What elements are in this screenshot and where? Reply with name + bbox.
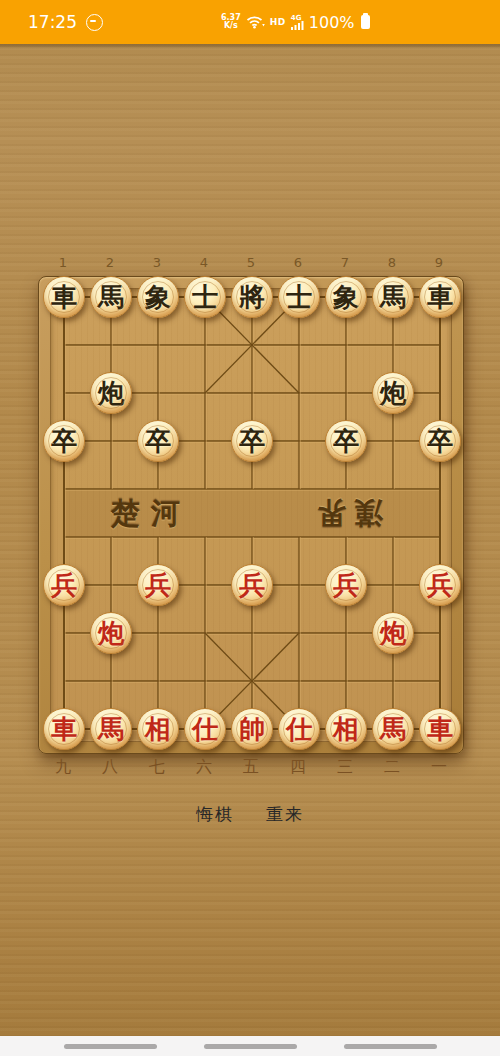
battery-percent: 100% <box>309 13 355 32</box>
piece-rN-h0[interactable]: 馬 <box>372 708 414 750</box>
file-label-top-2: 2 <box>98 255 122 270</box>
piece-rK-e0[interactable]: 帥 <box>231 708 273 750</box>
file-label-top-8: 8 <box>380 255 404 270</box>
undo-button[interactable]: 悔棋 <box>192 801 238 828</box>
piece-rA-d0[interactable]: 仕 <box>184 708 226 750</box>
wifi-icon <box>246 15 265 29</box>
piece-bK-e9[interactable]: 將 <box>231 276 273 318</box>
file-label-top-6: 6 <box>286 255 310 270</box>
status-bar-left: 17:25 <box>28 0 103 44</box>
piece-bP-g6[interactable]: 卒 <box>325 420 367 462</box>
piece-rC-b2[interactable]: 炮 <box>90 612 132 654</box>
piece-bA-f9[interactable]: 士 <box>278 276 320 318</box>
cellular-signal-icon: 4G <box>291 15 304 30</box>
piece-rB-c0[interactable]: 相 <box>137 708 179 750</box>
file-labels-top: 123456789 <box>38 255 464 273</box>
status-bar-right: 6.37 K/s HD 4G 100% <box>221 0 370 44</box>
piece-rC-h2[interactable]: 炮 <box>372 612 414 654</box>
piece-rB-g0[interactable]: 相 <box>325 708 367 750</box>
piece-bP-i6[interactable]: 卒 <box>419 420 461 462</box>
piece-rN-b0[interactable]: 馬 <box>90 708 132 750</box>
file-label-bottom-6: 四 <box>286 757 310 778</box>
file-label-bottom-7: 三 <box>333 757 357 778</box>
file-label-top-4: 4 <box>192 255 216 270</box>
file-labels-bottom: 九八七六五四三二一 <box>38 757 464 775</box>
signal-bars-icon <box>291 21 304 30</box>
status-bar: 17:25 6.37 K/s HD 4G <box>0 0 500 44</box>
file-label-bottom-2: 八 <box>98 757 122 778</box>
piece-bP-e6[interactable]: 卒 <box>231 420 273 462</box>
piece-bB-c9[interactable]: 象 <box>137 276 179 318</box>
piece-rA-f0[interactable]: 仕 <box>278 708 320 750</box>
piece-rP-i3[interactable]: 兵 <box>419 564 461 606</box>
piece-bP-a6[interactable]: 卒 <box>43 420 85 462</box>
file-label-top-3: 3 <box>145 255 169 270</box>
piece-bC-h7[interactable]: 炮 <box>372 372 414 414</box>
piece-rP-e3[interactable]: 兵 <box>231 564 273 606</box>
piece-bA-d9[interactable]: 士 <box>184 276 226 318</box>
nav-recent-button[interactable] <box>64 1044 157 1049</box>
piece-bN-h9[interactable]: 馬 <box>372 276 414 318</box>
file-label-bottom-9: 一 <box>427 757 451 778</box>
app-screen: 17:25 6.37 K/s HD 4G <box>0 0 500 1056</box>
piece-rP-g3[interactable]: 兵 <box>325 564 367 606</box>
piece-rR-i0[interactable]: 車 <box>419 708 461 750</box>
hd-badge: HD <box>270 17 286 27</box>
piece-bB-g9[interactable]: 象 <box>325 276 367 318</box>
file-label-bottom-3: 七 <box>145 757 169 778</box>
file-label-top-9: 9 <box>427 255 451 270</box>
file-label-bottom-4: 六 <box>192 757 216 778</box>
file-label-bottom-8: 二 <box>380 757 404 778</box>
piece-bR-i9[interactable]: 車 <box>419 276 461 318</box>
file-label-bottom-5: 五 <box>239 757 263 778</box>
piece-bN-b9[interactable]: 馬 <box>90 276 132 318</box>
piece-rR-a0[interactable]: 車 <box>43 708 85 750</box>
restart-button[interactable]: 重来 <box>262 801 308 828</box>
network-speed: 6.37 K/s <box>221 14 241 30</box>
piece-rP-a3[interactable]: 兵 <box>43 564 85 606</box>
action-bar: 悔棋 重来 <box>0 801 500 828</box>
file-label-top-7: 7 <box>333 255 357 270</box>
do-not-disturb-icon <box>86 14 103 31</box>
battery-icon <box>361 15 370 29</box>
file-label-top-1: 1 <box>51 255 75 270</box>
piece-bR-a9[interactable]: 車 <box>43 276 85 318</box>
file-label-bottom-1: 九 <box>51 757 75 778</box>
piece-bC-b7[interactable]: 炮 <box>90 372 132 414</box>
piece-bP-c6[interactable]: 卒 <box>137 420 179 462</box>
nav-back-button[interactable] <box>344 1044 437 1049</box>
xiangqi-board: 楚河 漢界 車馬象士將士象馬車炮炮卒卒卒卒卒兵兵兵兵兵炮炮車馬相仕帥仕相馬車 <box>38 276 464 754</box>
nav-home-button[interactable] <box>204 1044 297 1049</box>
pieces-layer: 車馬象士將士象馬車炮炮卒卒卒卒卒兵兵兵兵兵炮炮車馬相仕帥仕相馬車 <box>39 277 463 753</box>
piece-rP-c3[interactable]: 兵 <box>137 564 179 606</box>
clock: 17:25 <box>28 12 77 32</box>
file-label-top-5: 5 <box>239 255 263 270</box>
navigation-bar <box>0 1036 500 1056</box>
